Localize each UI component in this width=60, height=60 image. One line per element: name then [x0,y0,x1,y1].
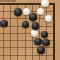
board-vline [10,3,11,60]
board-right-border [53,3,55,60]
top-left-shadow [0,0,16,2]
black-stone[interactable] [22,21,30,29]
go-board-screenshot [0,0,60,60]
black-stone[interactable] [14,8,22,16]
board-vline [3,3,4,60]
black-stone[interactable] [29,13,37,21]
black-stone[interactable] [37,46,45,54]
black-stone[interactable] [41,31,49,39]
go-board[interactable] [0,0,60,60]
white-stone[interactable] [41,0,49,7]
black-stone[interactable] [34,38,42,46]
black-stone[interactable] [42,39,50,47]
white-stone[interactable] [45,15,53,23]
white-stone[interactable] [37,8,45,16]
white-stone[interactable] [31,29,39,37]
